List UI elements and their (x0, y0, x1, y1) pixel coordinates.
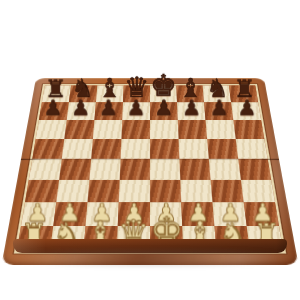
square-a6[interactable] (36, 120, 67, 139)
board-3d-wrap: ♜♞♝♛♚♝♞♜♟♟♟♟♟♟♟♟♟♟♟♟♟♟♟♟♜♞♝♛♚♝♞♜ (1, 78, 298, 265)
black-pawn-f7[interactable]: ♟ (178, 97, 206, 118)
black-pawn-e7[interactable]: ♟ (150, 97, 178, 118)
black-pawn-g7[interactable]: ♟ (205, 97, 233, 118)
chess-board: ♜♞♝♛♚♝♞♜♟♟♟♟♟♟♟♟♟♟♟♟♟♟♟♟♜♞♝♛♚♝♞♜ (17, 85, 283, 251)
square-a4[interactable] (29, 159, 62, 180)
square-e7[interactable]: ♟ (150, 102, 178, 120)
black-pawn-h7[interactable]: ♟ (233, 97, 261, 118)
square-c4[interactable] (89, 159, 120, 180)
square-b6[interactable] (64, 120, 94, 139)
black-pawn-a7[interactable]: ♟ (39, 97, 67, 118)
square-c7[interactable]: ♟ (94, 102, 123, 120)
square-d6[interactable] (121, 120, 150, 139)
square-h4[interactable] (238, 159, 271, 180)
square-e4[interactable] (150, 159, 180, 180)
square-b4[interactable] (59, 159, 91, 180)
square-f5[interactable] (179, 139, 209, 159)
square-h6[interactable] (233, 120, 264, 139)
square-g5[interactable] (207, 139, 238, 159)
black-pawn-c7[interactable]: ♟ (95, 97, 123, 118)
board-shadow (4, 250, 296, 267)
square-a7[interactable]: ♟ (39, 102, 69, 120)
square-d5[interactable] (121, 139, 150, 159)
square-h5[interactable] (236, 139, 268, 159)
square-c6[interactable] (93, 120, 122, 139)
square-d4[interactable] (120, 159, 150, 180)
square-h7[interactable]: ♟ (231, 102, 261, 120)
square-b7[interactable]: ♟ (67, 102, 96, 120)
square-g6[interactable] (206, 120, 236, 139)
square-e6[interactable] (150, 120, 179, 139)
square-f4[interactable] (179, 159, 210, 180)
black-pawn-b7[interactable]: ♟ (67, 97, 95, 118)
square-g4[interactable] (209, 159, 241, 180)
square-a5[interactable] (32, 139, 64, 159)
square-c5[interactable] (91, 139, 121, 159)
square-f6[interactable] (178, 120, 207, 139)
square-f7[interactable]: ♟ (177, 102, 206, 120)
square-d7[interactable]: ♟ (122, 102, 150, 120)
square-e5[interactable] (150, 139, 179, 159)
product-photo: ♜♞♝♛♚♝♞♜♟♟♟♟♟♟♟♟♟♟♟♟♟♟♟♟♜♞♝♛♚♝♞♜ (0, 0, 300, 300)
square-b5[interactable] (62, 139, 93, 159)
square-g7[interactable]: ♟ (204, 102, 233, 120)
black-pawn-d7[interactable]: ♟ (122, 97, 150, 118)
board-frame: ♜♞♝♛♚♝♞♜♟♟♟♟♟♟♟♟♟♟♟♟♟♟♟♟♜♞♝♛♚♝♞♜ (1, 78, 298, 265)
